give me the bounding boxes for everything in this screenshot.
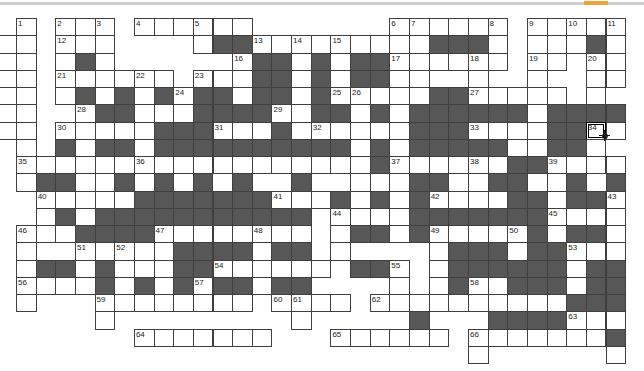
cell-r12-c25[interactable] [488, 225, 509, 243]
cell-r18-c20[interactable] [389, 329, 410, 347]
cell-r2-c15[interactable] [291, 53, 312, 71]
cell-r13-c8[interactable] [154, 242, 175, 260]
cell-r6-c3[interactable]: 30 [55, 122, 76, 140]
cell-r2-c17[interactable] [330, 53, 351, 71]
cell-r7-c1[interactable] [16, 139, 37, 157]
cell-r16-c21[interactable] [409, 294, 430, 312]
cell-r17-c30[interactable] [586, 311, 607, 329]
cell-r4-c15[interactable] [291, 87, 312, 105]
cell-r13-c30[interactable] [586, 242, 607, 260]
cell-r2-c25[interactable] [488, 53, 509, 71]
cell-r1-c0[interactable] [0, 35, 17, 53]
cell-r12-c9[interactable] [173, 225, 194, 243]
cell-r4-c21[interactable] [409, 87, 430, 105]
cell-r3-c6[interactable] [114, 70, 135, 88]
cell-r10-c23[interactable] [448, 191, 469, 209]
cell-r1-c3[interactable]: 12 [55, 35, 76, 53]
cell-r8-c2[interactable] [36, 156, 57, 174]
cell-r4-c18[interactable]: 26 [350, 87, 371, 105]
cell-r4-c20[interactable] [389, 87, 410, 105]
cell-r16-c20[interactable] [389, 294, 410, 312]
cell-r12-c2[interactable] [36, 225, 57, 243]
cell-r18-c21[interactable] [409, 329, 430, 347]
cell-r12-c22[interactable]: 49 [429, 225, 450, 243]
cell-r2-c1[interactable] [16, 53, 37, 71]
cell-r3-c21[interactable] [409, 70, 430, 88]
cell-r12-c20[interactable] [389, 225, 410, 243]
cell-r0-c31[interactable]: 11 [606, 18, 627, 36]
cell-r16-c6[interactable] [114, 294, 135, 312]
cell-r8-c18[interactable] [350, 156, 371, 174]
cell-r0-c30[interactable] [586, 18, 607, 36]
cell-r8-c22[interactable] [429, 156, 450, 174]
cell-r0-c5[interactable]: 3 [95, 18, 116, 36]
cell-r0-c7[interactable]: 4 [134, 18, 155, 36]
cell-r8-c12[interactable] [232, 156, 253, 174]
cell-r10-c20[interactable] [389, 191, 410, 209]
cell-r12-c8[interactable]: 47 [154, 225, 175, 243]
cell-r0-c23[interactable] [448, 18, 469, 36]
cell-r6-c13[interactable] [252, 122, 273, 140]
cell-r3-c15[interactable] [291, 70, 312, 88]
cell-r6-c20[interactable] [389, 122, 410, 140]
cell-r1-c4[interactable] [75, 35, 96, 53]
cell-r17-c15[interactable] [291, 311, 312, 329]
cell-r8-c15[interactable] [291, 156, 312, 174]
cell-r0-c27[interactable]: 9 [527, 18, 548, 36]
cell-r2-c28[interactable] [547, 53, 568, 71]
cell-r5-c4[interactable]: 28 [75, 104, 96, 122]
cell-r0-c3[interactable]: 2 [55, 18, 76, 36]
cell-r6-c1[interactable] [16, 122, 37, 140]
cell-r1-c10[interactable] [193, 35, 214, 53]
cell-r1-c18[interactable] [350, 35, 371, 53]
cell-r12-c14[interactable] [271, 225, 292, 243]
cell-r15-c10[interactable]: 57 [193, 277, 214, 295]
cell-r13-c26[interactable] [507, 242, 528, 260]
cell-r18-c25[interactable] [488, 329, 509, 347]
cell-r15-c24[interactable]: 58 [468, 277, 489, 295]
cell-r4-c27[interactable] [527, 87, 548, 105]
cell-r18-c11[interactable] [213, 329, 234, 347]
cell-r4-c0[interactable] [0, 87, 17, 105]
cell-r16-c26[interactable] [507, 294, 528, 312]
cell-r3-c8[interactable] [154, 70, 175, 88]
cell-r10-c14[interactable]: 41 [271, 191, 292, 209]
cell-r9-c24[interactable] [468, 173, 489, 191]
cell-r4-c9[interactable]: 24 [173, 87, 194, 105]
cell-r1-c31[interactable] [606, 35, 627, 53]
cell-r14-c6[interactable] [114, 260, 135, 278]
cell-r12-c12[interactable] [232, 225, 253, 243]
cell-r17-c5[interactable] [95, 311, 116, 329]
cell-r12-c17[interactable] [330, 225, 351, 243]
cell-r4-c17[interactable]: 25 [330, 87, 351, 105]
cell-r16-c9[interactable] [173, 294, 194, 312]
cell-r18-c26[interactable] [507, 329, 528, 347]
cell-r15-c25[interactable] [488, 277, 509, 295]
cell-r5-c15[interactable] [291, 104, 312, 122]
cell-r8-c1[interactable]: 35 [16, 156, 37, 174]
cell-r16-c28[interactable] [547, 294, 568, 312]
cell-r4-c12[interactable] [232, 87, 253, 105]
cell-r16-c5[interactable]: 59 [95, 294, 116, 312]
cell-r1-c15[interactable]: 14 [291, 35, 312, 53]
cell-r10-c3[interactable] [55, 191, 76, 209]
cell-r17-c31[interactable] [606, 311, 627, 329]
cell-r14-c20[interactable]: 55 [389, 260, 410, 278]
cell-r10-c31[interactable]: 43 [606, 191, 627, 209]
cell-r3-c0[interactable] [0, 70, 17, 88]
cell-r13-c31[interactable] [606, 242, 627, 260]
cell-r6-c7[interactable] [134, 122, 155, 140]
cell-r11-c18[interactable] [350, 208, 371, 226]
cell-r4-c25[interactable] [488, 87, 509, 105]
cell-r4-c1[interactable] [16, 87, 37, 105]
cell-r4-c30[interactable] [586, 87, 607, 105]
cell-r18-c13[interactable] [252, 329, 273, 347]
cell-r6-c25[interactable] [488, 122, 509, 140]
cell-r2-c12[interactable]: 16 [232, 53, 253, 71]
cell-r7-c20[interactable] [389, 139, 410, 157]
cell-r11-c30[interactable] [586, 208, 607, 226]
cell-r3-c11[interactable] [213, 70, 234, 88]
cell-r3-c5[interactable] [95, 70, 116, 88]
cell-r10-c24[interactable] [468, 191, 489, 209]
cell-r4-c24[interactable]: 27 [468, 87, 489, 105]
cell-r0-c22[interactable] [429, 18, 450, 36]
cell-r6-c27[interactable] [527, 122, 548, 140]
cell-r14-c11[interactable]: 54 [213, 260, 234, 278]
cell-r16-c27[interactable] [527, 294, 548, 312]
cell-r12-c3[interactable] [55, 225, 76, 243]
cell-r15-c2[interactable] [36, 277, 57, 295]
cell-r1-c29[interactable] [566, 35, 587, 53]
cell-r10-c6[interactable] [114, 191, 135, 209]
cell-r5-c27[interactable] [527, 104, 548, 122]
cell-r6-c5[interactable] [95, 122, 116, 140]
cell-r0-c11[interactable] [213, 18, 234, 36]
cell-r9-c4[interactable] [75, 173, 96, 191]
cell-r4-c7[interactable] [134, 87, 155, 105]
cell-r16-c25[interactable] [488, 294, 509, 312]
cell-r6-c26[interactable] [507, 122, 528, 140]
cell-r1-c27[interactable] [527, 35, 548, 53]
cell-r6-c12[interactable] [232, 122, 253, 140]
cell-r4-c5[interactable] [95, 87, 116, 105]
cell-r10-c4[interactable] [75, 191, 96, 209]
cell-r1-c1[interactable] [16, 35, 37, 53]
cell-r8-c10[interactable] [193, 156, 214, 174]
cell-r12-c11[interactable] [213, 225, 234, 243]
cell-r16-c17[interactable] [330, 294, 351, 312]
cell-r14-c14[interactable] [271, 260, 292, 278]
cell-r2-c31[interactable] [606, 53, 627, 71]
cell-r0-c8[interactable] [154, 18, 175, 36]
cell-r1-c25[interactable] [488, 35, 509, 53]
cell-r8-c13[interactable] [252, 156, 273, 174]
cell-r2-c5[interactable] [95, 53, 116, 71]
cell-r6-c0[interactable] [0, 122, 17, 140]
cell-r8-c5[interactable] [95, 156, 116, 174]
cell-r1-c20[interactable] [389, 35, 410, 53]
cell-r16-c12[interactable] [232, 294, 253, 312]
cell-r3-c27[interactable] [527, 70, 548, 88]
cell-r1-c21[interactable] [409, 35, 430, 53]
cell-r1-c16[interactable] [311, 35, 332, 53]
cell-r1-c5[interactable] [95, 35, 116, 53]
cell-r13-c1[interactable] [16, 242, 37, 260]
cell-r11-c28[interactable]: 45 [547, 208, 568, 226]
cell-r0-c24[interactable] [468, 18, 489, 36]
cell-r18-c9[interactable] [173, 329, 194, 347]
cell-r10-c18[interactable] [350, 191, 371, 209]
cell-r4-c28[interactable] [547, 87, 568, 105]
cell-r9-c20[interactable] [389, 173, 410, 191]
cell-r7-c30[interactable] [586, 139, 607, 157]
cell-r3-c24[interactable] [468, 70, 489, 88]
cell-r10-c28[interactable] [547, 191, 568, 209]
cell-r8-c23[interactable] [448, 156, 469, 174]
cell-r3-c1[interactable] [16, 70, 37, 88]
cell-r14-c12[interactable] [232, 260, 253, 278]
cell-r3-c17[interactable] [330, 70, 351, 88]
cell-r1-c13[interactable]: 13 [252, 35, 273, 53]
cell-r2-c20[interactable]: 17 [389, 53, 410, 71]
cell-r5-c9[interactable] [173, 104, 194, 122]
cell-r0-c12[interactable] [232, 18, 253, 36]
cell-r3-c3[interactable]: 21 [55, 70, 76, 88]
cell-r1-c17[interactable]: 15 [330, 35, 351, 53]
cell-r8-c24[interactable]: 38 [468, 156, 489, 174]
cell-r4-c19[interactable] [370, 87, 391, 105]
cell-r0-c29[interactable]: 10 [566, 18, 587, 36]
cell-r8-c8[interactable] [154, 156, 175, 174]
cell-r8-c20[interactable]: 37 [389, 156, 410, 174]
cell-r2-c0[interactable] [0, 53, 17, 71]
cell-r12-c1[interactable]: 46 [16, 225, 37, 243]
cell-r11-c20[interactable] [389, 208, 410, 226]
cell-r12-c31[interactable] [606, 225, 627, 243]
cell-r8-c31[interactable] [606, 156, 627, 174]
cell-r10-c22[interactable]: 42 [429, 191, 450, 209]
cell-r16-c8[interactable] [154, 294, 175, 312]
cell-r18-c24[interactable]: 66 [468, 329, 489, 347]
cell-r15-c1[interactable]: 56 [16, 277, 37, 295]
cell-r13-c5[interactable] [95, 242, 116, 260]
cell-r18-c7[interactable]: 64 [134, 329, 155, 347]
cell-r8-c21[interactable] [409, 156, 430, 174]
cell-r2-c24[interactable]: 18 [468, 53, 489, 71]
cell-r6-c31[interactable] [606, 122, 627, 140]
cell-r15-c4[interactable] [75, 277, 96, 295]
cell-r14-c29[interactable] [566, 260, 587, 278]
cell-r11-c4[interactable] [75, 208, 96, 226]
cell-r7-c27[interactable] [527, 139, 548, 157]
cell-r7-c7[interactable] [134, 139, 155, 157]
cell-r14-c15[interactable] [291, 260, 312, 278]
cell-r6-c4[interactable] [75, 122, 96, 140]
cell-r18-c22[interactable] [429, 329, 450, 347]
cell-r8-c30[interactable] [586, 156, 607, 174]
cell-r16-c14[interactable]: 60 [271, 294, 292, 312]
cell-r18-c18[interactable] [350, 329, 371, 347]
cell-r5-c7[interactable] [134, 104, 155, 122]
cell-r15-c6[interactable] [114, 277, 135, 295]
cell-r18-c30[interactable] [586, 329, 607, 347]
cell-r15-c13[interactable] [252, 277, 273, 295]
cell-r12-c26[interactable]: 50 [507, 225, 528, 243]
cell-r7-c18[interactable] [350, 139, 371, 157]
cell-r16-c15[interactable]: 61 [291, 294, 312, 312]
cell-r3-c12[interactable] [232, 70, 253, 88]
cell-r8-c14[interactable] [271, 156, 292, 174]
cell-r18-c19[interactable] [370, 329, 391, 347]
cell-r16-c10[interactable] [193, 294, 214, 312]
cell-r6-c19[interactable] [370, 122, 391, 140]
cell-r10-c16[interactable] [311, 191, 332, 209]
cell-r12-c13[interactable]: 48 [252, 225, 273, 243]
cell-r14-c4[interactable] [75, 260, 96, 278]
cell-r16-c1[interactable] [16, 294, 37, 312]
cell-r18-c28[interactable] [547, 329, 568, 347]
cell-r18-c29[interactable] [566, 329, 587, 347]
cell-r16-c23[interactable] [448, 294, 469, 312]
cell-r8-c3[interactable] [55, 156, 76, 174]
cell-r6-c24[interactable]: 33 [468, 122, 489, 140]
cell-r6-c16[interactable]: 32 [311, 122, 332, 140]
cell-r14-c13[interactable] [252, 260, 273, 278]
cell-r6-c18[interactable] [350, 122, 371, 140]
cell-r0-c20[interactable]: 6 [389, 18, 410, 36]
cell-r16-c7[interactable] [134, 294, 155, 312]
cell-r14-c8[interactable] [154, 260, 175, 278]
cell-r13-c22[interactable] [429, 242, 450, 260]
cell-r1-c14[interactable] [271, 35, 292, 53]
cell-r11-c2[interactable] [36, 208, 57, 226]
cell-r11-c17[interactable]: 44 [330, 208, 351, 226]
cell-r4-c26[interactable] [507, 87, 528, 105]
cell-r16-c19[interactable]: 62 [370, 294, 391, 312]
cell-r8-c4[interactable] [75, 156, 96, 174]
cell-r3-c4[interactable] [75, 70, 96, 88]
cell-r16-c22[interactable] [429, 294, 450, 312]
cell-r15-c29[interactable] [566, 277, 587, 295]
cell-r2-c27[interactable]: 19 [527, 53, 548, 71]
cell-r12-c28[interactable] [547, 225, 568, 243]
cell-r2-c21[interactable] [409, 53, 430, 71]
cell-r8-c9[interactable] [173, 156, 194, 174]
cell-r3-c20[interactable] [389, 70, 410, 88]
cell-r10-c2[interactable]: 40 [36, 191, 57, 209]
cell-r19-c24[interactable] [468, 346, 489, 364]
selected-cell[interactable]: 34 [586, 122, 607, 140]
cell-r17-c29[interactable]: 63 [566, 311, 587, 329]
cell-r5-c0[interactable] [0, 104, 17, 122]
cell-r2-c23[interactable] [448, 53, 469, 71]
cell-r13-c13[interactable] [252, 242, 273, 260]
cell-r15-c22[interactable] [429, 277, 450, 295]
cell-r1-c19[interactable] [370, 35, 391, 53]
cell-r0-c21[interactable]: 7 [409, 18, 430, 36]
cell-r5-c1[interactable] [16, 104, 37, 122]
cell-r19-c31[interactable] [606, 346, 627, 364]
cell-r8-c25[interactable] [488, 156, 509, 174]
cell-r12-c10[interactable] [193, 225, 214, 243]
cell-r15-c3[interactable] [55, 277, 76, 295]
cell-r2-c3[interactable] [55, 53, 76, 71]
cell-r0-c9[interactable] [173, 18, 194, 36]
cell-r16-c11[interactable] [213, 294, 234, 312]
cell-r8-c28[interactable]: 39 [547, 156, 568, 174]
cell-r16-c16[interactable] [311, 294, 332, 312]
cell-r6-c17[interactable] [330, 122, 351, 140]
cell-r2-c30[interactable]: 20 [586, 53, 607, 71]
cell-r14-c22[interactable] [429, 260, 450, 278]
cell-r8-c16[interactable] [311, 156, 332, 174]
cell-r7-c4[interactable] [75, 139, 96, 157]
cell-r13-c4[interactable]: 51 [75, 242, 96, 260]
cell-r15-c8[interactable] [154, 277, 175, 295]
cell-r10-c5[interactable] [95, 191, 116, 209]
cell-r12-c15[interactable] [291, 225, 312, 243]
cell-r18-c10[interactable] [193, 329, 214, 347]
cell-r8-c17[interactable] [330, 156, 351, 174]
cell-r13-c17[interactable] [330, 242, 351, 260]
cell-r0-c1[interactable]: 1 [16, 18, 37, 36]
cell-r2-c22[interactable] [429, 53, 450, 71]
cell-r5-c18[interactable] [350, 104, 371, 122]
cell-r6-c6[interactable] [114, 122, 135, 140]
cell-r3-c30[interactable] [586, 70, 607, 88]
cell-r3-c10[interactable]: 23 [193, 70, 214, 88]
cell-r4-c3[interactable] [55, 87, 76, 105]
cell-r9-c28[interactable] [547, 173, 568, 191]
cell-r18-c12[interactable] [232, 329, 253, 347]
cell-r5-c14[interactable]: 29 [271, 104, 292, 122]
cell-r10-c15[interactable] [291, 191, 312, 209]
cell-r0-c4[interactable] [75, 18, 96, 36]
cell-r14-c16[interactable] [311, 260, 332, 278]
cell-r8-c11[interactable] [213, 156, 234, 174]
cell-r11-c29[interactable] [566, 208, 587, 226]
cell-r18-c8[interactable] [154, 329, 175, 347]
cell-r3-c7[interactable]: 22 [134, 70, 155, 88]
cell-r11-c19[interactable] [370, 208, 391, 226]
cell-r11-c31[interactable] [606, 208, 627, 226]
cell-r12-c23[interactable] [448, 225, 469, 243]
cell-r9-c1[interactable] [16, 173, 37, 191]
cell-r12-c24[interactable] [468, 225, 489, 243]
cell-r18-c27[interactable] [527, 329, 548, 347]
cell-r15-c20[interactable] [389, 277, 410, 295]
cell-r8-c7[interactable]: 36 [134, 156, 155, 174]
cell-r0-c25[interactable]: 8 [488, 18, 509, 36]
cell-r0-c10[interactable]: 5 [193, 18, 214, 36]
cell-r3-c31[interactable] [606, 70, 627, 88]
cell-r6-c11[interactable]: 31 [213, 122, 234, 140]
cell-r10-c25[interactable] [488, 191, 509, 209]
cell-r13-c7[interactable] [134, 242, 155, 260]
cell-r5-c20[interactable] [389, 104, 410, 122]
cell-r9-c18[interactable] [350, 173, 371, 191]
cell-r18-c17[interactable]: 65 [330, 329, 351, 347]
cell-r8-c29[interactable] [566, 156, 587, 174]
cell-r13-c29[interactable]: 53 [566, 242, 587, 260]
cell-r0-c28[interactable] [547, 18, 568, 36]
cell-r14-c1[interactable] [16, 260, 37, 278]
cell-r16-c24[interactable] [468, 294, 489, 312]
